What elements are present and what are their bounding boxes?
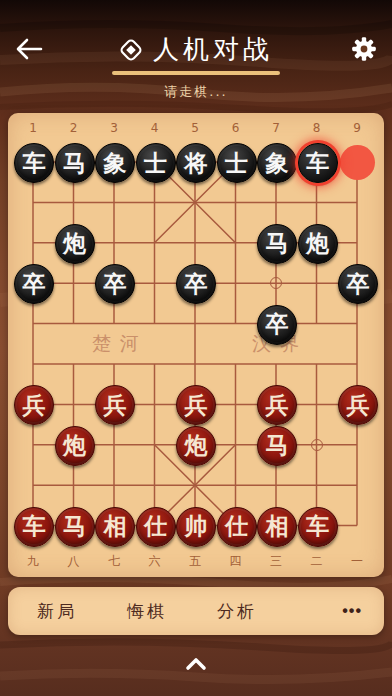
status-text: 请走棋... [0, 83, 392, 101]
red-piece-车[interactable]: 车 [298, 507, 338, 547]
black-piece-士[interactable]: 士 [136, 143, 176, 183]
black-piece-车[interactable]: 车 [298, 143, 338, 183]
black-piece-车[interactable]: 车 [14, 143, 54, 183]
black-piece-象[interactable]: 象 [95, 143, 135, 183]
diamond-icon [119, 38, 143, 62]
red-piece-相[interactable]: 相 [257, 507, 297, 547]
title-divider [112, 71, 280, 75]
black-piece-马[interactable]: 马 [55, 143, 95, 183]
file-label-top: 2 [62, 121, 86, 135]
red-piece-仕[interactable]: 仕 [136, 507, 176, 547]
black-piece-卒[interactable]: 卒 [338, 264, 378, 304]
header: 人机对战 请走棋... [0, 0, 392, 110]
page-title: 人机对战 [153, 32, 273, 67]
file-label-bottom: 八 [62, 553, 86, 570]
red-piece-炮[interactable]: 炮 [55, 426, 95, 466]
title-row: 人机对战 [0, 32, 392, 67]
black-piece-卒[interactable]: 卒 [14, 264, 54, 304]
black-piece-将[interactable]: 将 [176, 143, 216, 183]
app-screen: 人机对战 请走棋... 12345 [0, 0, 392, 696]
file-label-top: 6 [224, 121, 248, 135]
file-label-top: 9 [345, 121, 369, 135]
settings-button[interactable] [350, 35, 378, 63]
control-bar: 新局 悔棋 分析 ••• [8, 587, 384, 635]
red-piece-马[interactable]: 马 [55, 507, 95, 547]
more-button[interactable]: ••• [342, 602, 362, 620]
black-piece-象[interactable]: 象 [257, 143, 297, 183]
black-piece-炮[interactable]: 炮 [55, 224, 95, 264]
xiangqi-board[interactable]: 123456789九八七六五四三二一 楚河 汉界 车马象士将士象车炮马炮卒卒卒卒… [8, 113, 384, 577]
file-label-top: 8 [305, 121, 329, 135]
red-piece-炮[interactable]: 炮 [176, 426, 216, 466]
file-label-top: 7 [264, 121, 288, 135]
last-move-origin-dot [340, 145, 375, 180]
file-label-top: 1 [21, 121, 45, 135]
red-piece-相[interactable]: 相 [95, 507, 135, 547]
black-piece-卒[interactable]: 卒 [176, 264, 216, 304]
river-label-left: 楚河 [92, 331, 148, 357]
black-piece-卒[interactable]: 卒 [95, 264, 135, 304]
file-label-top: 4 [143, 121, 167, 135]
file-label-bottom: 一 [345, 553, 369, 570]
red-piece-车[interactable]: 车 [14, 507, 54, 547]
undo-button[interactable]: 悔棋 [127, 600, 167, 623]
black-piece-炮[interactable]: 炮 [298, 224, 338, 264]
black-piece-卒[interactable]: 卒 [257, 305, 297, 345]
file-label-bottom: 三 [264, 553, 288, 570]
red-piece-仕[interactable]: 仕 [217, 507, 257, 547]
point-marker [311, 439, 323, 451]
black-piece-士[interactable]: 士 [217, 143, 257, 183]
red-piece-帅[interactable]: 帅 [176, 507, 216, 547]
file-label-bottom: 二 [305, 553, 329, 570]
file-label-bottom: 五 [183, 553, 207, 570]
black-piece-马[interactable]: 马 [257, 224, 297, 264]
chevron-up-icon [188, 660, 204, 668]
collapse-button[interactable] [182, 654, 210, 674]
file-label-top: 3 [102, 121, 126, 135]
file-label-bottom: 四 [224, 553, 248, 570]
new-game-button[interactable]: 新局 [37, 600, 77, 623]
file-label-bottom: 九 [21, 553, 45, 570]
file-label-bottom: 六 [143, 553, 167, 570]
file-label-top: 5 [183, 121, 207, 135]
file-label-bottom: 七 [102, 553, 126, 570]
gear-icon [352, 37, 376, 61]
analyze-button[interactable]: 分析 [217, 600, 257, 623]
red-piece-马[interactable]: 马 [257, 426, 297, 466]
